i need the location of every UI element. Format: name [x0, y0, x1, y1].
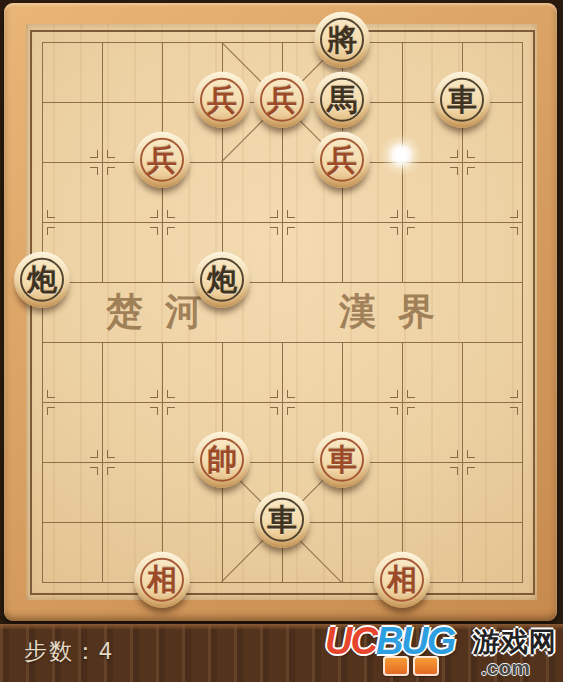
piece-character: 車	[447, 85, 477, 115]
piece-black-炮[interactable]: 炮	[194, 252, 250, 308]
watermark-wordmark: UCBUG	[325, 622, 454, 660]
watermark-logo: UCBUG 游戏网 .com	[321, 616, 561, 682]
piece-character: 車	[327, 445, 357, 475]
piece-character: 相	[387, 565, 417, 595]
piece-character: 帥	[207, 445, 237, 475]
piece-character: 兵	[147, 145, 177, 175]
piece-red-車[interactable]: 車	[314, 432, 370, 488]
piece-black-馬[interactable]: 馬	[314, 72, 370, 128]
piece-black-車[interactable]: 車	[254, 492, 310, 548]
piece-red-兵[interactable]: 兵	[314, 132, 370, 188]
piece-character: 兵	[327, 145, 357, 175]
piece-red-相[interactable]: 相	[134, 552, 190, 608]
watermark-block-icon	[383, 656, 409, 676]
piece-black-炮[interactable]: 炮	[14, 252, 70, 308]
step-counter-value: 4	[99, 638, 114, 664]
piece-red-帥[interactable]: 帥	[194, 432, 250, 488]
piece-character: 相	[147, 565, 177, 595]
piece-red-相[interactable]: 相	[374, 552, 430, 608]
piece-character: 炮	[207, 265, 237, 295]
piece-character: 車	[267, 505, 297, 535]
step-counter: 步数：4	[24, 636, 114, 667]
piece-character: 兵	[207, 85, 237, 115]
piece-red-兵[interactable]: 兵	[194, 72, 250, 128]
watermark-site-name: 游戏网	[473, 624, 557, 660]
piece-character: 馬	[327, 85, 357, 115]
watermark-uc-text: UC	[325, 620, 376, 662]
piece-black-將[interactable]: 將	[314, 12, 370, 68]
watermark-domain: .com	[481, 656, 530, 680]
piece-character: 炮	[27, 265, 57, 295]
piece-character: 將	[327, 25, 357, 55]
piece-red-兵[interactable]: 兵	[134, 132, 190, 188]
piece-character: 兵	[267, 85, 297, 115]
piece-red-兵[interactable]: 兵	[254, 72, 310, 128]
step-counter-label: 步数：	[24, 638, 99, 664]
watermark-block-icon	[413, 656, 439, 676]
xiangqi-app: 楚河 漢界 將兵兵馬車兵兵炮炮帥車車相相 步数：4 UCBUG 游戏网 .com	[0, 0, 563, 682]
piece-black-車[interactable]: 車	[434, 72, 490, 128]
